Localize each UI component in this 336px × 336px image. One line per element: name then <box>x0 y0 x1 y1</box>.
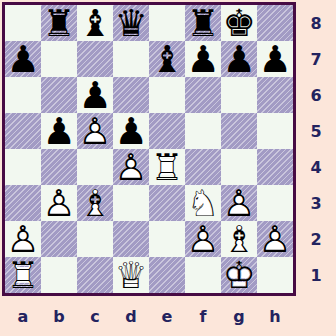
square-b8[interactable]: ♜ <box>41 5 77 41</box>
piece-outline: ♘ <box>186 185 219 222</box>
piece-white-bishop: ♝♗ <box>77 185 113 221</box>
rank-label-4: 4 <box>296 149 336 185</box>
square-d2[interactable] <box>113 221 149 257</box>
file-label-c: c <box>77 296 113 336</box>
piece-white-king: ♚♔ <box>221 257 257 293</box>
piece-black-king: ♚ <box>221 5 257 41</box>
rank-label-6: 6 <box>296 77 336 113</box>
piece-white-pawn: ♟♙ <box>113 149 149 185</box>
piece-white-pawn: ♟♙ <box>5 221 41 257</box>
piece-black-pawn: ♟ <box>5 41 41 77</box>
rank-label-1: 1 <box>296 257 336 293</box>
square-b2[interactable] <box>41 221 77 257</box>
piece-black-pawn: ♟ <box>257 41 293 77</box>
square-h6[interactable] <box>257 77 293 113</box>
rank-label-5: 5 <box>296 113 336 149</box>
square-c6[interactable]: ♟ <box>77 77 113 113</box>
piece-outline: ♗ <box>222 221 255 258</box>
piece-outline: ♖ <box>6 257 39 294</box>
square-g2[interactable]: ♝♗ <box>221 221 257 257</box>
piece-black-bishop: ♝ <box>149 41 185 77</box>
square-g5[interactable] <box>221 113 257 149</box>
piece-black-rook: ♜ <box>41 5 77 41</box>
rank-label-8: 8 <box>296 5 336 41</box>
piece-white-pawn: ♟♙ <box>221 185 257 221</box>
piece-outline: ♙ <box>114 149 147 186</box>
piece-white-queen: ♛♕ <box>113 257 149 293</box>
square-c3[interactable]: ♝♗ <box>77 185 113 221</box>
piece-white-pawn: ♟♙ <box>77 113 113 149</box>
file-label-b: b <box>41 296 77 336</box>
chess-board: ♜♝♛♜♚♟♝♟♟♟♟♟♟♙♟♟♙♜♖♟♙♝♗♞♘♟♙♟♙♟♙♝♗♟♙♜♖♛♕♚… <box>5 5 293 293</box>
piece-black-queen: ♛ <box>113 5 149 41</box>
square-h4[interactable] <box>257 149 293 185</box>
square-c1[interactable] <box>77 257 113 293</box>
piece-black-pawn: ♟ <box>41 113 77 149</box>
square-f7[interactable]: ♟ <box>185 41 221 77</box>
square-c5[interactable]: ♟♙ <box>77 113 113 149</box>
square-g1[interactable]: ♚♔ <box>221 257 257 293</box>
piece-white-pawn: ♟♙ <box>41 185 77 221</box>
square-c2[interactable] <box>77 221 113 257</box>
piece-white-pawn: ♟♙ <box>257 221 293 257</box>
square-g3[interactable]: ♟♙ <box>221 185 257 221</box>
piece-white-knight: ♞♘ <box>185 185 221 221</box>
piece-outline: ♙ <box>6 221 39 258</box>
piece-black-pawn: ♟ <box>77 77 113 113</box>
piece-outline: ♔ <box>222 257 255 294</box>
square-f1[interactable] <box>185 257 221 293</box>
piece-white-rook: ♜♖ <box>5 257 41 293</box>
square-a3[interactable] <box>5 185 41 221</box>
piece-white-rook: ♜♖ <box>149 149 185 185</box>
square-a7[interactable]: ♟ <box>5 41 41 77</box>
square-e3[interactable] <box>149 185 185 221</box>
square-g6[interactable] <box>221 77 257 113</box>
square-b1[interactable] <box>41 257 77 293</box>
square-a2[interactable]: ♟♙ <box>5 221 41 257</box>
piece-black-bishop: ♝ <box>77 5 113 41</box>
square-d7[interactable] <box>113 41 149 77</box>
square-b5[interactable]: ♟ <box>41 113 77 149</box>
piece-outline: ♙ <box>78 113 111 150</box>
square-g7[interactable]: ♟ <box>221 41 257 77</box>
square-a1[interactable]: ♜♖ <box>5 257 41 293</box>
piece-black-pawn: ♟ <box>221 41 257 77</box>
piece-outline: ♗ <box>78 185 111 222</box>
piece-outline: ♙ <box>258 221 291 258</box>
piece-white-bishop: ♝♗ <box>221 221 257 257</box>
square-b3[interactable]: ♟♙ <box>41 185 77 221</box>
square-h5[interactable] <box>257 113 293 149</box>
piece-black-rook: ♜ <box>185 5 221 41</box>
rank-label-3: 3 <box>296 185 336 221</box>
piece-outline: ♖ <box>150 149 183 186</box>
square-g8[interactable]: ♚ <box>221 5 257 41</box>
square-h2[interactable]: ♟♙ <box>257 221 293 257</box>
square-c8[interactable]: ♝ <box>77 5 113 41</box>
square-e6[interactable] <box>149 77 185 113</box>
square-f5[interactable] <box>185 113 221 149</box>
square-a6[interactable] <box>5 77 41 113</box>
piece-outline: ♙ <box>186 221 219 258</box>
square-d3[interactable] <box>113 185 149 221</box>
file-labels: abcdefgh <box>5 296 293 336</box>
rank-labels: 87654321 <box>296 5 336 293</box>
square-f3[interactable]: ♞♘ <box>185 185 221 221</box>
square-e8[interactable] <box>149 5 185 41</box>
square-f2[interactable]: ♟♙ <box>185 221 221 257</box>
piece-white-pawn: ♟♙ <box>185 221 221 257</box>
piece-outline: ♙ <box>222 185 255 222</box>
rank-label-7: 7 <box>296 41 336 77</box>
square-d4[interactable]: ♟♙ <box>113 149 149 185</box>
square-f6[interactable] <box>185 77 221 113</box>
square-h8[interactable] <box>257 5 293 41</box>
file-label-e: e <box>149 296 185 336</box>
square-h3[interactable] <box>257 185 293 221</box>
square-e4[interactable]: ♜♖ <box>149 149 185 185</box>
square-f8[interactable]: ♜ <box>185 5 221 41</box>
square-e1[interactable] <box>149 257 185 293</box>
file-label-f: f <box>185 296 221 336</box>
piece-outline: ♕ <box>114 257 147 294</box>
square-a8[interactable] <box>5 5 41 41</box>
square-c7[interactable] <box>77 41 113 77</box>
square-e2[interactable] <box>149 221 185 257</box>
file-label-h: h <box>257 296 293 336</box>
square-a4[interactable] <box>5 149 41 185</box>
square-b4[interactable] <box>41 149 77 185</box>
square-e7[interactable]: ♝ <box>149 41 185 77</box>
chess-board-frame: ♜♝♛♜♚♟♝♟♟♟♟♟♟♙♟♟♙♜♖♟♙♝♗♞♘♟♙♟♙♟♙♝♗♟♙♜♖♛♕♚… <box>2 2 296 296</box>
file-label-g: g <box>221 296 257 336</box>
square-a5[interactable] <box>5 113 41 149</box>
square-d8[interactable]: ♛ <box>113 5 149 41</box>
piece-black-pawn: ♟ <box>185 41 221 77</box>
square-e5[interactable] <box>149 113 185 149</box>
file-label-d: d <box>113 296 149 336</box>
piece-outline: ♙ <box>42 185 75 222</box>
square-b6[interactable] <box>41 77 77 113</box>
square-f4[interactable] <box>185 149 221 185</box>
square-b7[interactable] <box>41 41 77 77</box>
square-d1[interactable]: ♛♕ <box>113 257 149 293</box>
square-c4[interactable] <box>77 149 113 185</box>
square-g4[interactable] <box>221 149 257 185</box>
file-label-a: a <box>5 296 41 336</box>
piece-black-pawn: ♟ <box>113 113 149 149</box>
square-d5[interactable]: ♟ <box>113 113 149 149</box>
rank-label-2: 2 <box>296 221 336 257</box>
square-d6[interactable] <box>113 77 149 113</box>
square-h7[interactable]: ♟ <box>257 41 293 77</box>
square-h1[interactable] <box>257 257 293 293</box>
